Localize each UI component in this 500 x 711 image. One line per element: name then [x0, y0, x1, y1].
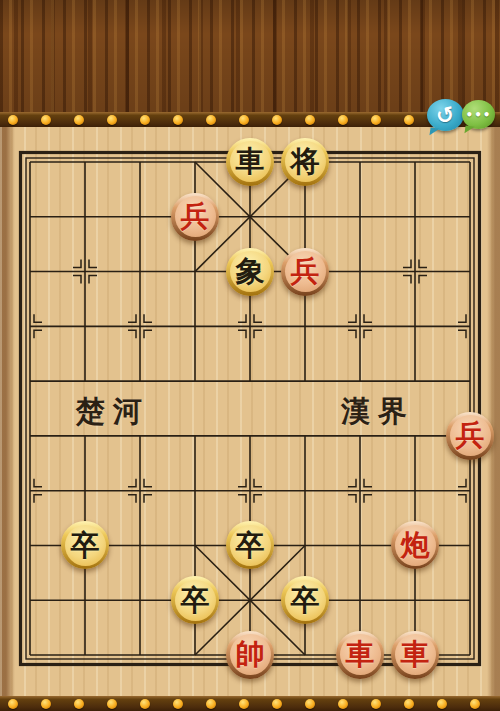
- piece-char: 卒: [65, 525, 106, 566]
- stud: [8, 115, 18, 125]
- piece-char: 帥: [230, 634, 271, 675]
- stud: [371, 699, 381, 709]
- piece-black-soldier[interactable]: 卒: [61, 521, 109, 569]
- stud: [305, 699, 315, 709]
- undo-arrow-icon: ↺: [434, 101, 457, 129]
- stud: [173, 115, 183, 125]
- stud: [107, 699, 117, 709]
- xiangqi-app-screen: 楚河 漢界 車将兵象兵兵卒卒炮卒卒帥車車 ↺ •••: [0, 0, 500, 711]
- stud: [338, 115, 348, 125]
- stud: [206, 699, 216, 709]
- piece-char: 卒: [285, 580, 326, 621]
- stud: [338, 699, 348, 709]
- piece-red-soldier[interactable]: 兵: [171, 193, 219, 241]
- undo-button[interactable]: ↺: [427, 99, 464, 131]
- stud: [437, 699, 447, 709]
- piece-char: 兵: [175, 196, 216, 237]
- piece-char: 車: [395, 634, 436, 675]
- stud: [239, 115, 249, 125]
- stud: [140, 699, 150, 709]
- stud: [74, 699, 84, 709]
- piece-char: 車: [230, 141, 271, 182]
- piece-red-soldier[interactable]: 兵: [281, 248, 329, 296]
- stud: [173, 699, 183, 709]
- stud: [272, 699, 282, 709]
- piece-char: 卒: [230, 525, 271, 566]
- chat-button[interactable]: •••: [462, 100, 495, 129]
- pieces-grid[interactable]: 車将兵象兵兵卒卒炮卒卒帥車車: [3, 135, 498, 683]
- stud: [470, 699, 480, 709]
- piece-black-general[interactable]: 将: [281, 138, 329, 186]
- stud: [8, 699, 18, 709]
- stud: [41, 115, 51, 125]
- stud: [404, 115, 414, 125]
- bottom-stud-strip: [0, 696, 500, 711]
- stud: [305, 115, 315, 125]
- stud: [239, 699, 249, 709]
- piece-char: 兵: [450, 415, 491, 456]
- piece-char: 炮: [395, 525, 436, 566]
- piece-red-soldier[interactable]: 兵: [446, 412, 494, 460]
- stud: [74, 115, 84, 125]
- stud: [371, 115, 381, 125]
- stud: [140, 115, 150, 125]
- piece-char: 兵: [285, 251, 326, 292]
- chat-dots-icon: •••: [465, 108, 491, 122]
- piece-black-soldier[interactable]: 卒: [281, 576, 329, 624]
- top-stud-strip: [0, 112, 500, 127]
- stud: [107, 115, 117, 125]
- piece-black-elephant[interactable]: 象: [226, 248, 274, 296]
- piece-black-soldier[interactable]: 卒: [226, 521, 274, 569]
- piece-char: 将: [285, 141, 326, 182]
- piece-char: 卒: [175, 580, 216, 621]
- stud: [404, 699, 414, 709]
- piece-red-chariot[interactable]: 車: [336, 631, 384, 679]
- piece-red-cannon[interactable]: 炮: [391, 521, 439, 569]
- piece-black-chariot[interactable]: 車: [226, 138, 274, 186]
- piece-red-general[interactable]: 帥: [226, 631, 274, 679]
- piece-char: 象: [230, 251, 271, 292]
- stud: [206, 115, 216, 125]
- stud: [272, 115, 282, 125]
- piece-red-chariot[interactable]: 車: [391, 631, 439, 679]
- piece-black-soldier[interactable]: 卒: [171, 576, 219, 624]
- stud: [41, 699, 51, 709]
- piece-char: 車: [340, 634, 381, 675]
